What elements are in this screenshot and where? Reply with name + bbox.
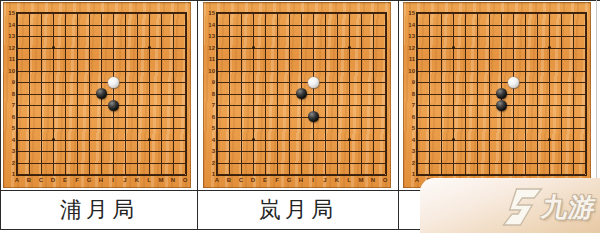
stone-white-I9 xyxy=(108,77,119,88)
table-border-col2-col3 xyxy=(398,0,399,230)
stone-layer xyxy=(11,7,191,180)
9game-logo-icon xyxy=(500,186,544,228)
watermark-overlay: 九游 xyxy=(420,178,600,233)
stone-black-H8 xyxy=(96,88,107,99)
stone-white-I9 xyxy=(508,77,519,88)
renju-board-third: 151413121110987654321ABCDEFGHIJKLMNO xyxy=(403,2,591,188)
stone-layer xyxy=(211,7,391,180)
renju-board-puyue: 151413121110987654321ABCDEFGHIJKLMNO xyxy=(3,2,191,188)
stone-black-H7 xyxy=(496,100,507,111)
stone-layer xyxy=(411,7,591,180)
board-label-puyue: 浦月局 xyxy=(1,191,197,229)
stone-black-I6 xyxy=(308,111,319,122)
watermark-text: 九游 xyxy=(539,190,599,225)
renju-board-lanyue: 151413121110987654321ABCDEFGHIJKLMNO xyxy=(203,2,391,188)
stone-black-H8 xyxy=(296,88,307,99)
table-border-right xyxy=(596,0,597,190)
board-label-lanyue: 岚月局 xyxy=(198,191,398,229)
stone-black-I7 xyxy=(108,100,119,111)
article-figure-three-renju-openings: 151413121110987654321ABCDEFGHIJKLMNO 151… xyxy=(0,0,600,233)
stone-black-H8 xyxy=(496,88,507,99)
stone-white-I9 xyxy=(308,77,319,88)
table-border-top xyxy=(0,0,600,1)
